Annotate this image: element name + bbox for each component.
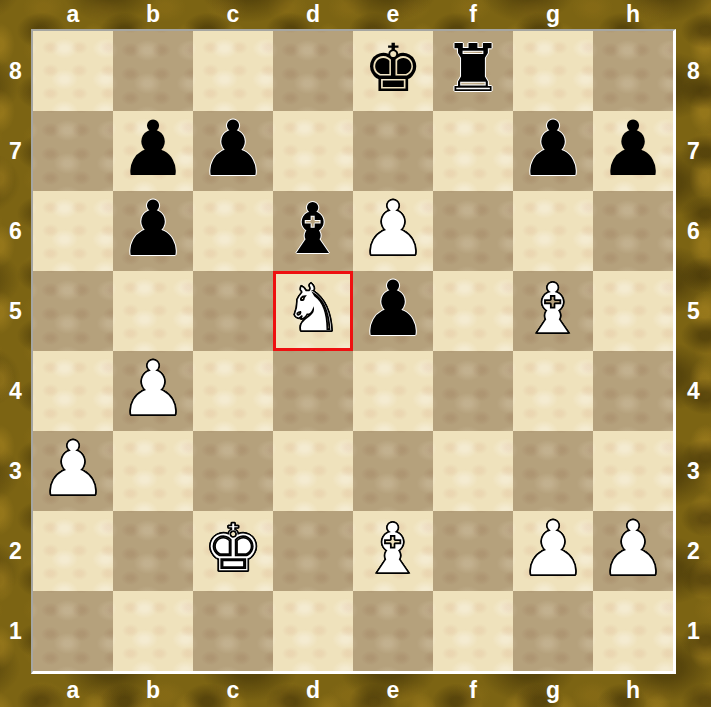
- square-h3[interactable]: [593, 431, 673, 511]
- square-b2[interactable]: [113, 511, 193, 591]
- square-c2[interactable]: ♚: [193, 511, 273, 591]
- square-h1[interactable]: [593, 591, 673, 671]
- square-h6[interactable]: [593, 191, 673, 271]
- square-d6[interactable]: ♝: [273, 191, 353, 271]
- square-f4[interactable]: [433, 351, 513, 431]
- file-label-e: e: [353, 674, 433, 707]
- square-c5[interactable]: [193, 271, 273, 351]
- black-pawn-g7[interactable]: ♟: [513, 109, 593, 189]
- rank-labels-left: 87654321: [0, 31, 31, 671]
- file-label-a: a: [33, 674, 113, 707]
- white-pawn-e6[interactable]: ♟: [353, 189, 433, 269]
- square-h8[interactable]: [593, 31, 673, 111]
- rank-label-8: 8: [0, 31, 31, 111]
- white-king-c2[interactable]: ♚: [193, 509, 273, 589]
- square-g7[interactable]: ♟: [513, 111, 593, 191]
- square-d3[interactable]: [273, 431, 353, 511]
- square-e4[interactable]: [353, 351, 433, 431]
- square-c1[interactable]: [193, 591, 273, 671]
- square-d2[interactable]: [273, 511, 353, 591]
- square-b6[interactable]: ♟: [113, 191, 193, 271]
- square-e1[interactable]: [353, 591, 433, 671]
- square-g5[interactable]: ♝: [513, 271, 593, 351]
- square-h7[interactable]: ♟: [593, 111, 673, 191]
- white-pawn-h2[interactable]: ♟: [593, 509, 673, 589]
- square-f2[interactable]: [433, 511, 513, 591]
- black-pawn-b6[interactable]: ♟: [113, 189, 193, 269]
- rank-label-2: 2: [0, 511, 31, 591]
- square-a4[interactable]: [33, 351, 113, 431]
- square-e3[interactable]: [353, 431, 433, 511]
- rank-label-4: 4: [676, 351, 711, 431]
- file-label-b: b: [113, 0, 193, 29]
- black-rook-f8[interactable]: ♜: [433, 29, 513, 109]
- board-frame: ♚♜♟♟♟♟♟♝♟♞♟♝♟♟♚♝♟♟: [31, 29, 676, 674]
- file-label-a: a: [33, 0, 113, 29]
- square-a1[interactable]: [33, 591, 113, 671]
- square-c6[interactable]: [193, 191, 273, 271]
- square-e8[interactable]: ♚: [353, 31, 433, 111]
- file-labels-top: abcdefgh: [33, 0, 673, 29]
- black-pawn-e5[interactable]: ♟: [353, 269, 433, 349]
- black-pawn-b7[interactable]: ♟: [113, 109, 193, 189]
- black-pawn-h7[interactable]: ♟: [593, 109, 673, 189]
- square-g4[interactable]: [513, 351, 593, 431]
- square-g3[interactable]: [513, 431, 593, 511]
- square-g8[interactable]: [513, 31, 593, 111]
- file-label-c: c: [193, 674, 273, 707]
- file-label-f: f: [433, 0, 513, 29]
- square-c4[interactable]: [193, 351, 273, 431]
- square-d4[interactable]: [273, 351, 353, 431]
- square-g2[interactable]: ♟: [513, 511, 593, 591]
- square-f6[interactable]: [433, 191, 513, 271]
- chess-board: ♚♜♟♟♟♟♟♝♟♞♟♝♟♟♚♝♟♟: [33, 31, 673, 671]
- square-d1[interactable]: [273, 591, 353, 671]
- rank-label-5: 5: [676, 271, 711, 351]
- file-labels-bottom: abcdefgh: [33, 674, 673, 707]
- file-label-d: d: [273, 674, 353, 707]
- square-b8[interactable]: [113, 31, 193, 111]
- square-a2[interactable]: [33, 511, 113, 591]
- square-g6[interactable]: [513, 191, 593, 271]
- rank-label-1: 1: [0, 591, 31, 671]
- black-pawn-c7[interactable]: ♟: [193, 109, 273, 189]
- square-d8[interactable]: [273, 31, 353, 111]
- rank-label-4: 4: [0, 351, 31, 431]
- square-f8[interactable]: ♜: [433, 31, 513, 111]
- square-e7[interactable]: [353, 111, 433, 191]
- rank-label-6: 6: [0, 191, 31, 271]
- rank-label-6: 6: [676, 191, 711, 271]
- square-b1[interactable]: [113, 591, 193, 671]
- square-a8[interactable]: [33, 31, 113, 111]
- white-pawn-b4[interactable]: ♟: [113, 349, 193, 429]
- rank-label-3: 3: [0, 431, 31, 511]
- file-label-g: g: [513, 674, 593, 707]
- white-bishop-g5[interactable]: ♝: [513, 269, 593, 349]
- square-h2[interactable]: ♟: [593, 511, 673, 591]
- file-label-c: c: [193, 0, 273, 29]
- rank-label-8: 8: [676, 31, 711, 111]
- white-pawn-g2[interactable]: ♟: [513, 509, 593, 589]
- square-g1[interactable]: [513, 591, 593, 671]
- square-c3[interactable]: [193, 431, 273, 511]
- file-label-f: f: [433, 674, 513, 707]
- square-d5[interactable]: ♞: [273, 271, 353, 351]
- file-label-e: e: [353, 0, 433, 29]
- square-b4[interactable]: ♟: [113, 351, 193, 431]
- rank-label-5: 5: [0, 271, 31, 351]
- chess-diagram: abcdefgh abcdefgh 87654321 87654321 ♚♜♟♟…: [0, 0, 711, 707]
- square-e5[interactable]: ♟: [353, 271, 433, 351]
- square-a7[interactable]: [33, 111, 113, 191]
- file-label-h: h: [593, 674, 673, 707]
- square-a6[interactable]: [33, 191, 113, 271]
- square-d7[interactable]: [273, 111, 353, 191]
- square-f7[interactable]: [433, 111, 513, 191]
- white-bishop-e2[interactable]: ♝: [353, 509, 433, 589]
- rank-label-1: 1: [676, 591, 711, 671]
- black-bishop-d6[interactable]: ♝: [273, 189, 353, 269]
- black-king-e8[interactable]: ♚: [353, 29, 433, 109]
- square-e2[interactable]: ♝: [353, 511, 433, 591]
- file-label-g: g: [513, 0, 593, 29]
- square-f3[interactable]: [433, 431, 513, 511]
- square-c8[interactable]: [193, 31, 273, 111]
- square-e6[interactable]: ♟: [353, 191, 433, 271]
- square-h4[interactable]: [593, 351, 673, 431]
- square-c7[interactable]: ♟: [193, 111, 273, 191]
- square-b7[interactable]: ♟: [113, 111, 193, 191]
- square-b3[interactable]: [113, 431, 193, 511]
- square-a5[interactable]: [33, 271, 113, 351]
- file-label-b: b: [113, 674, 193, 707]
- rank-label-7: 7: [0, 111, 31, 191]
- rank-label-2: 2: [676, 511, 711, 591]
- square-f1[interactable]: [433, 591, 513, 671]
- white-knight-d5[interactable]: ♞: [273, 269, 353, 349]
- rank-label-7: 7: [676, 111, 711, 191]
- square-b5[interactable]: [113, 271, 193, 351]
- file-label-d: d: [273, 0, 353, 29]
- rank-labels-right: 87654321: [676, 31, 711, 671]
- square-f5[interactable]: [433, 271, 513, 351]
- file-label-h: h: [593, 0, 673, 29]
- white-pawn-a3[interactable]: ♟: [33, 429, 113, 509]
- square-h5[interactable]: [593, 271, 673, 351]
- rank-label-3: 3: [676, 431, 711, 511]
- square-a3[interactable]: ♟: [33, 431, 113, 511]
